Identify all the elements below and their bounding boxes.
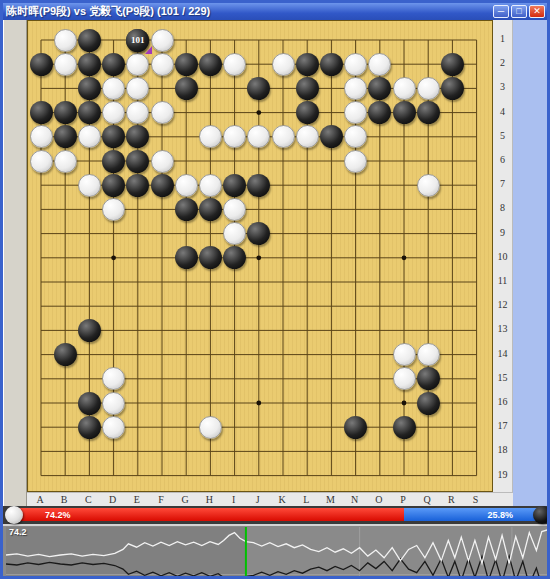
row-label: 7	[493, 178, 512, 189]
black-stone	[78, 29, 101, 52]
white-stone	[175, 174, 198, 197]
white-stone	[102, 77, 125, 100]
black-stone	[320, 53, 343, 76]
white-stone	[393, 77, 416, 100]
white-stone	[344, 150, 367, 173]
black-stone	[102, 174, 125, 197]
white-stone	[54, 29, 77, 52]
white-stone	[54, 150, 77, 173]
white-stone	[223, 198, 246, 221]
title-bar: 陈时晖(P9段) vs 党毅飞(P9段) (101 / 229) ─ □ ✕	[3, 3, 547, 20]
window-title: 陈时晖(P9段) vs 党毅飞(P9段) (101 / 229)	[6, 4, 210, 19]
row-label: 9	[493, 227, 512, 238]
row-label: 10	[493, 251, 512, 262]
column-label: E	[129, 494, 145, 505]
last-move-stone: 101	[126, 29, 149, 52]
minimize-button[interactable]: ─	[493, 5, 509, 18]
white-winrate-label: 74.2%	[45, 510, 71, 520]
black-stone	[344, 416, 367, 439]
white-stone	[102, 198, 125, 221]
go-game-window: 陈时晖(P9段) vs 党毅飞(P9段) (101 / 229) ─ □ ✕ 1…	[0, 0, 550, 579]
black-stone	[126, 174, 149, 197]
column-label: J	[250, 494, 266, 505]
row-label: 13	[493, 323, 512, 334]
black-stone	[393, 416, 416, 439]
column-coordinate-labels: ABCDEFGHIJKLMNOPQRS	[27, 492, 513, 506]
row-coordinate-labels: 12345678910111213141516171819	[493, 20, 513, 492]
row-label: 19	[493, 469, 512, 480]
star-point	[256, 255, 261, 260]
white-stone	[30, 125, 53, 148]
winrate-graph[interactable]: 74.2	[3, 524, 550, 579]
black-stone	[54, 101, 77, 124]
white-stone	[296, 125, 319, 148]
black-stone	[78, 392, 101, 415]
white-stone	[78, 174, 101, 197]
white-stone	[417, 343, 440, 366]
white-stone	[417, 174, 440, 197]
star-point	[402, 255, 407, 260]
win-rate-bar: 74.2% 25.8%	[3, 506, 550, 524]
row-label: 12	[493, 299, 512, 310]
black-stone	[54, 343, 77, 366]
black-stone	[30, 53, 53, 76]
column-label: A	[32, 494, 48, 505]
white-stone	[151, 150, 174, 173]
black-winrate-label: 25.8%	[487, 510, 513, 520]
row-label: 6	[493, 154, 512, 165]
column-label: G	[177, 494, 193, 505]
black-stone	[126, 150, 149, 173]
white-stone	[417, 77, 440, 100]
white-stone	[151, 53, 174, 76]
black-stone	[223, 174, 246, 197]
black-stone	[247, 174, 270, 197]
white-stone	[344, 77, 367, 100]
winrate-graph-canvas	[6, 527, 550, 579]
maximize-button[interactable]: □	[511, 5, 527, 18]
winrate-graph-label: 74.2	[9, 527, 27, 537]
black-winrate-bar: 25.8%	[404, 508, 539, 521]
black-stone	[296, 53, 319, 76]
row-label: 18	[493, 444, 512, 455]
black-stone	[175, 77, 198, 100]
black-stone	[175, 198, 198, 221]
column-label: M	[322, 494, 338, 505]
column-label: S	[468, 494, 484, 505]
white-stone	[126, 53, 149, 76]
black-stone	[441, 77, 464, 100]
white-stone	[54, 53, 77, 76]
column-label: F	[153, 494, 169, 505]
goban[interactable]: 101	[27, 20, 493, 492]
black-stone	[296, 77, 319, 100]
white-stone	[30, 150, 53, 173]
column-label: O	[371, 494, 387, 505]
star-point	[111, 255, 116, 260]
row-label: 4	[493, 106, 512, 117]
last-move-triangle-marker	[145, 46, 152, 54]
black-stone	[78, 77, 101, 100]
row-label: 8	[493, 202, 512, 213]
row-label: 11	[493, 275, 512, 286]
white-stone	[368, 53, 391, 76]
column-label: I	[226, 494, 242, 505]
black-stone	[78, 416, 101, 439]
row-label: 17	[493, 420, 512, 431]
right-panel	[513, 20, 547, 506]
row-label: 15	[493, 372, 512, 383]
white-stone	[272, 125, 295, 148]
column-label: C	[80, 494, 96, 505]
white-stone	[151, 101, 174, 124]
column-label: H	[201, 494, 217, 505]
column-label: L	[298, 494, 314, 505]
black-stone	[417, 392, 440, 415]
row-label: 5	[493, 130, 512, 141]
black-stone	[199, 198, 222, 221]
black-stone	[78, 319, 101, 342]
white-stone	[199, 174, 222, 197]
row-label: 16	[493, 396, 512, 407]
white-player-stone-icon	[5, 506, 23, 524]
column-label: K	[274, 494, 290, 505]
black-stone	[175, 53, 198, 76]
black-stone	[441, 53, 464, 76]
column-label: R	[443, 494, 459, 505]
black-stone	[417, 101, 440, 124]
black-stone	[199, 53, 222, 76]
column-label: P	[395, 494, 411, 505]
black-stone	[151, 174, 174, 197]
white-stone	[272, 53, 295, 76]
white-stone	[102, 392, 125, 415]
left-panel	[3, 20, 27, 506]
white-stone	[393, 367, 416, 390]
white-winrate-bar: 74.2%	[17, 508, 404, 521]
row-label: 2	[493, 57, 512, 68]
black-stone	[393, 101, 416, 124]
black-player-stone-icon	[533, 506, 550, 524]
white-stone	[223, 53, 246, 76]
black-stone	[417, 367, 440, 390]
row-label: 14	[493, 348, 512, 359]
star-point	[256, 110, 261, 115]
black-stone	[102, 150, 125, 173]
star-point	[402, 401, 407, 406]
white-stone	[344, 53, 367, 76]
star-point	[256, 401, 261, 406]
close-button[interactable]: ✕	[529, 5, 545, 18]
black-stone	[30, 101, 53, 124]
white-stone	[393, 343, 416, 366]
row-label: 3	[493, 81, 512, 92]
black-stone	[102, 53, 125, 76]
column-label: B	[56, 494, 72, 505]
black-stone	[175, 246, 198, 269]
column-label: D	[105, 494, 121, 505]
white-stone	[151, 29, 174, 52]
white-stone	[199, 416, 222, 439]
column-label: Q	[419, 494, 435, 505]
black-stone	[78, 101, 101, 124]
black-stone	[296, 101, 319, 124]
black-stone	[78, 53, 101, 76]
white-stone	[102, 416, 125, 439]
row-label: 1	[493, 33, 512, 44]
black-stone	[54, 125, 77, 148]
column-label: N	[347, 494, 363, 505]
